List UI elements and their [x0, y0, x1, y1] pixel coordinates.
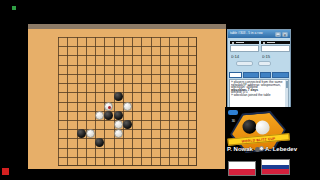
rating-text: [267, 42, 275, 43]
green-indicator: [12, 6, 16, 10]
board-top-edge: [28, 24, 226, 29]
stone-icon: [232, 42, 234, 44]
tab-options[interactable]: options: [272, 72, 289, 78]
tournament-overlay: 30 WORLD BLITZ CUP P. Nowak A. Lebedev: [225, 107, 291, 180]
black-clock: 0:14: [231, 54, 239, 58]
last-move-marker: [108, 106, 111, 109]
panel-tabs: chatkibitzusersoptions: [229, 72, 289, 78]
white-stone: [95, 111, 104, 120]
white-stone: [114, 120, 123, 129]
stream-frame: table #303 - 5 in a row ‒ × wkspearman w…: [0, 0, 320, 180]
stone-icon: [263, 42, 265, 44]
chat-scrollbar-thumb[interactable]: [286, 81, 288, 88]
white-stone: [123, 102, 132, 111]
minimize-button[interactable]: ‒: [276, 32, 281, 36]
gomoku-board: [28, 24, 226, 169]
white-clock: 0:15: [262, 54, 270, 58]
chat-line: win/bid: 0:5: [231, 90, 262, 91]
black-player-seat[interactable]: wkspearman: [230, 45, 259, 52]
black-stone: [123, 120, 132, 129]
black-stone: [114, 92, 123, 101]
window-title: table #303 - 5 in a row: [230, 31, 263, 34]
chat-line: wbcsklan: 7 days: [231, 88, 262, 89]
playok-table-window: table #303 - 5 in a row ‒ × wkspearman w…: [227, 29, 291, 109]
black-stone: [95, 138, 104, 147]
chat-line: » wbcsklan joined the table: [231, 93, 262, 94]
black-stone: [77, 129, 86, 138]
white-player-seat[interactable]: wbcsklan: [261, 45, 290, 52]
russia-flag: [261, 159, 290, 175]
poland-flag: [228, 161, 256, 176]
chat-scrollbar[interactable]: [285, 80, 288, 108]
tab-chat[interactable]: chat: [229, 72, 242, 78]
start-button[interactable]: [236, 61, 253, 66]
window-titlebar[interactable]: table #303 - 5 in a row ‒ ×: [228, 30, 290, 38]
chat-messages: » players connected from the samenetwork…: [230, 80, 288, 96]
match-player-left: P. Nowak: [227, 146, 253, 152]
white-stone: [104, 102, 113, 111]
rating-text: [236, 42, 244, 43]
red-indicator: [2, 168, 9, 175]
options-button[interactable]: [258, 61, 271, 66]
chat-line: wbcsklan: allowed: [231, 85, 262, 86]
chat-line: » players connected from the same: [231, 80, 262, 81]
match-player-right: A. Lebedev: [265, 146, 297, 152]
close-button[interactable]: ×: [283, 32, 288, 36]
black-stone: [104, 111, 113, 120]
white-stone: [86, 129, 95, 138]
board-grid[interactable]: [58, 37, 197, 166]
black-stone: [114, 111, 123, 120]
chat-area[interactable]: » players connected from the samenetwork…: [229, 79, 289, 108]
vs-icon: [255, 146, 264, 153]
white-stone: [114, 129, 123, 138]
chat-line: network/IP address: wkspearman,: [231, 83, 262, 84]
logo-banner-text: WORLD BLITZ CUP: [242, 136, 276, 142]
tab-users[interactable]: users: [260, 72, 271, 78]
tab-kibitz[interactable]: kibitz: [243, 72, 259, 78]
